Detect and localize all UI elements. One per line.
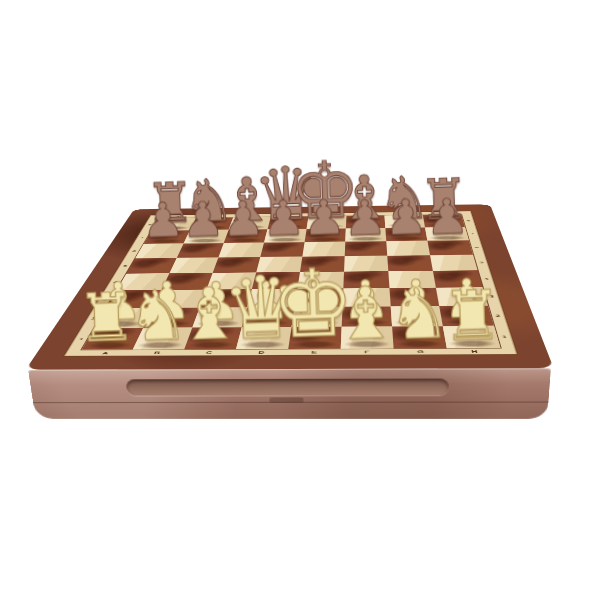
piece-black-pawn-b7: ♟ — [181, 197, 225, 244]
square-b6 — [177, 243, 224, 258]
board: ♜♞♝♛♚♝♞♜♟♟♟♟♟♟♟♟♟♟♟♟♟♟♟♟♜♞♝♛♚♝♞♜ — [82, 215, 501, 350]
square-d7: ♟ — [264, 229, 307, 243]
chess-case: ♜♞♝♛♚♝♞♜♟♟♟♟♟♟♟♟♟♟♟♟♟♟♟♟♜♞♝♛♚♝♞♜ ABCDEFG… — [26, 204, 554, 369]
square-c6 — [218, 243, 264, 258]
square-f7: ♟ — [345, 228, 386, 242]
piece-white-rook-h1: ♜ — [441, 282, 504, 348]
square-h7: ♟ — [425, 227, 469, 241]
piece-black-pawn-d7: ♟ — [261, 195, 306, 242]
scene: ♜♞♝♛♚♝♞♜♟♟♟♟♟♟♟♟♟♟♟♟♟♟♟♟♜♞♝♛♚♝♞♜ ABCDEFG… — [0, 0, 600, 600]
latch-notch — [269, 397, 303, 402]
square-f1: ♝ — [341, 326, 394, 348]
piece-black-pawn-c7: ♟ — [221, 196, 265, 243]
piece-black-pawn-h7: ♟ — [425, 193, 470, 241]
piece-black-pawn-e7: ♟ — [302, 195, 347, 242]
square-g1: ♞ — [392, 326, 447, 348]
square-h1: ♜ — [443, 326, 501, 348]
square-g6 — [386, 241, 430, 256]
square-h6 — [427, 240, 473, 255]
piece-black-pawn-g7: ♟ — [383, 194, 428, 241]
square-c7: ♟ — [224, 229, 268, 243]
product-photo: ♜♞♝♛♚♝♞♜♟♟♟♟♟♟♟♟♟♟♟♟♟♟♟♟♜♞♝♛♚♝♞♜ ABCDEFG… — [0, 0, 600, 600]
piece-black-pawn-f7: ♟ — [343, 194, 388, 241]
case-front — [28, 368, 551, 419]
handle-groove — [126, 379, 449, 396]
square-g7: ♟ — [385, 227, 427, 241]
square-e7: ♟ — [305, 228, 346, 242]
file-label-e: E — [287, 349, 340, 355]
piece-black-pawn-a7: ♟ — [141, 197, 185, 244]
board-frame: ♜♞♝♛♚♝♞♜♟♟♟♟♟♟♟♟♟♟♟♟♟♟♟♟♜♞♝♛♚♝♞♜ ABCDEFG… — [26, 204, 554, 369]
